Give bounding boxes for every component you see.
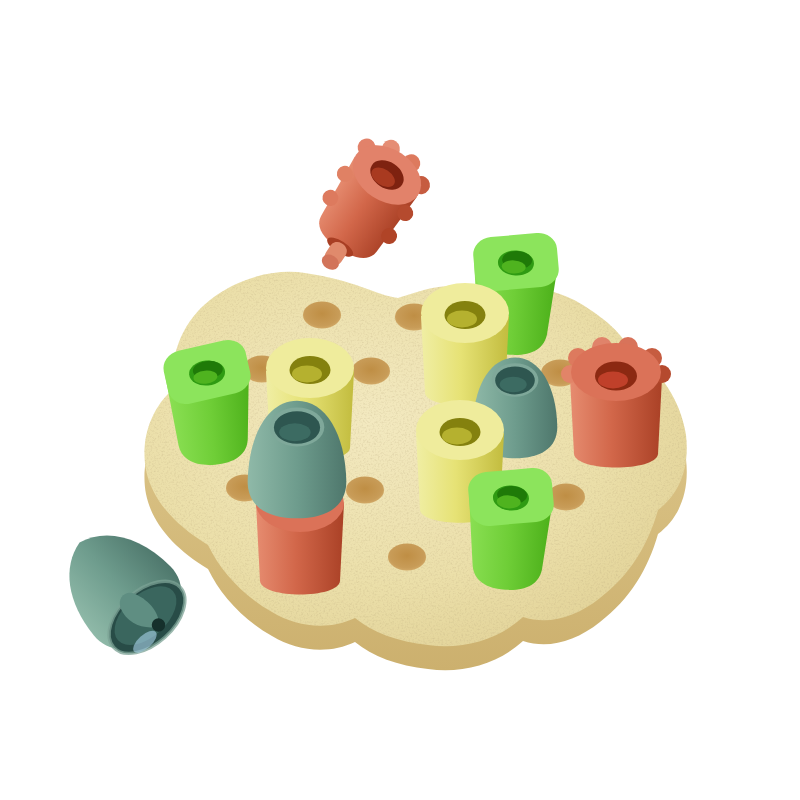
board-hole[interactable] [346, 477, 384, 504]
peg-red-scallop-floating[interactable] [290, 123, 442, 292]
peg-shape [290, 123, 442, 292]
scene-svg [0, 0, 800, 800]
pegboard [144, 272, 686, 670]
board-hole[interactable] [388, 544, 426, 571]
product-photo-stage [0, 0, 800, 800]
peg-red-scallop-right[interactable] [561, 337, 671, 468]
board-hole[interactable] [352, 358, 390, 385]
board-hole[interactable] [303, 302, 341, 329]
peg-shape [561, 337, 671, 468]
